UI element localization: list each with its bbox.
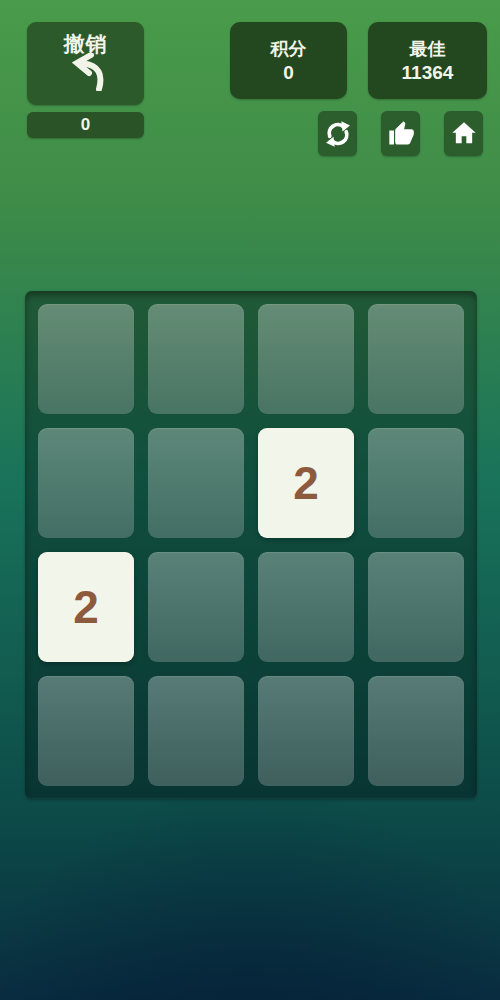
cell-r0c0 <box>38 304 134 414</box>
board-grid[interactable]: 22 <box>25 291 477 799</box>
home-button[interactable] <box>444 111 483 156</box>
score-value: 0 <box>283 61 294 84</box>
cell-r3c1 <box>148 676 244 786</box>
score-label: 积分 <box>271 38 307 61</box>
best-box: 最佳 11364 <box>368 22 487 99</box>
cell-r2c1 <box>148 552 244 662</box>
home-icon <box>450 120 478 148</box>
cell-r1c1 <box>148 428 244 538</box>
thumbs-up-icon <box>387 120 415 148</box>
cell-r1c3 <box>368 428 464 538</box>
cell-r3c2 <box>258 676 354 786</box>
restart-button[interactable] <box>318 111 357 156</box>
game-screen: 撤销 0 积分 0 最佳 11364 <box>0 0 500 1000</box>
cell-r0c3 <box>368 304 464 414</box>
best-label: 最佳 <box>410 38 446 61</box>
undo-count[interactable]: 0 <box>27 112 144 138</box>
score-box: 积分 0 <box>230 22 347 99</box>
like-button[interactable] <box>381 111 420 156</box>
undo-button-label: 撤销 <box>64 33 108 55</box>
cell-r2c2 <box>258 552 354 662</box>
cell-r2c0: 2 <box>38 552 134 662</box>
refresh-icon <box>323 119 353 149</box>
cell-r3c0 <box>38 676 134 786</box>
tile-2: 2 <box>258 428 354 538</box>
undo-arrow-icon <box>63 53 109 95</box>
cell-r0c1 <box>148 304 244 414</box>
best-value: 11364 <box>402 61 454 84</box>
tile-2: 2 <box>38 552 134 662</box>
cell-r0c2 <box>258 304 354 414</box>
cell-r3c3 <box>368 676 464 786</box>
cell-r2c3 <box>368 552 464 662</box>
cell-r1c0 <box>38 428 134 538</box>
undo-count-value: 0 <box>81 115 90 135</box>
undo-button[interactable]: 撤销 <box>27 22 144 105</box>
cell-r1c2: 2 <box>258 428 354 538</box>
